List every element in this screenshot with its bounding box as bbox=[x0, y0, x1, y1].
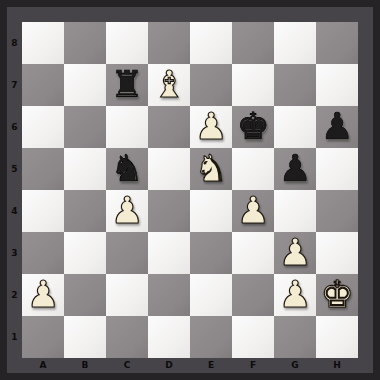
square-h8[interactable] bbox=[316, 22, 358, 64]
square-f7[interactable] bbox=[232, 64, 274, 106]
square-h5[interactable] bbox=[316, 148, 358, 190]
rank-label-6: 6 bbox=[7, 106, 22, 148]
rank-label-7: 7 bbox=[7, 64, 22, 106]
square-d3[interactable] bbox=[148, 232, 190, 274]
white-pawn-g2[interactable]: ♟ bbox=[278, 274, 311, 316]
square-b1[interactable] bbox=[64, 316, 106, 358]
square-f5[interactable] bbox=[232, 148, 274, 190]
square-d7[interactable]: ♝ bbox=[148, 64, 190, 106]
square-a1[interactable] bbox=[22, 316, 64, 358]
square-h2[interactable]: ♚ bbox=[316, 274, 358, 316]
square-e2[interactable] bbox=[190, 274, 232, 316]
square-g4[interactable] bbox=[274, 190, 316, 232]
square-f2[interactable] bbox=[232, 274, 274, 316]
square-a5[interactable] bbox=[22, 148, 64, 190]
white-bishop-d7[interactable]: ♝ bbox=[152, 64, 185, 106]
square-a6[interactable] bbox=[22, 106, 64, 148]
square-c6[interactable] bbox=[106, 106, 148, 148]
white-pawn-e6[interactable]: ♟ bbox=[194, 106, 227, 148]
square-h4[interactable] bbox=[316, 190, 358, 232]
square-h7[interactable] bbox=[316, 64, 358, 106]
black-pawn-h6[interactable]: ♟ bbox=[320, 106, 353, 148]
square-c7[interactable]: ♜ bbox=[106, 64, 148, 106]
square-d4[interactable] bbox=[148, 190, 190, 232]
file-label-f: F bbox=[232, 357, 274, 373]
square-g1[interactable] bbox=[274, 316, 316, 358]
file-label-e: E bbox=[190, 357, 232, 373]
rank-label-3: 3 bbox=[7, 232, 22, 274]
white-king-h2[interactable]: ♚ bbox=[320, 274, 353, 316]
rank-label-8: 8 bbox=[7, 22, 22, 64]
file-label-a: A bbox=[22, 357, 64, 373]
square-a7[interactable] bbox=[22, 64, 64, 106]
square-c5[interactable]: ♞ bbox=[106, 148, 148, 190]
square-d5[interactable] bbox=[148, 148, 190, 190]
white-pawn-f4[interactable]: ♟ bbox=[236, 190, 269, 232]
white-pawn-g3[interactable]: ♟ bbox=[278, 232, 311, 274]
square-d1[interactable] bbox=[148, 316, 190, 358]
black-rook-c7[interactable]: ♜ bbox=[110, 64, 143, 106]
square-e5[interactable]: ♞ bbox=[190, 148, 232, 190]
square-e1[interactable] bbox=[190, 316, 232, 358]
square-g8[interactable] bbox=[274, 22, 316, 64]
square-e7[interactable] bbox=[190, 64, 232, 106]
square-f4[interactable]: ♟ bbox=[232, 190, 274, 232]
white-pawn-c4[interactable]: ♟ bbox=[110, 190, 143, 232]
square-f1[interactable] bbox=[232, 316, 274, 358]
square-c1[interactable] bbox=[106, 316, 148, 358]
square-f6[interactable]: ♚ bbox=[232, 106, 274, 148]
rank-label-2: 2 bbox=[7, 274, 22, 316]
square-d6[interactable] bbox=[148, 106, 190, 148]
file-label-h: H bbox=[316, 357, 358, 373]
square-a4[interactable] bbox=[22, 190, 64, 232]
square-h6[interactable]: ♟ bbox=[316, 106, 358, 148]
black-pawn-g5[interactable]: ♟ bbox=[278, 148, 311, 190]
square-c4[interactable]: ♟ bbox=[106, 190, 148, 232]
chess-diagram: 87654321 ♜♝♟♚♟♞♞♟♟♟♟♟♟♚ ABCDEFGH bbox=[0, 0, 380, 380]
rank-label-5: 5 bbox=[7, 148, 22, 190]
square-c3[interactable] bbox=[106, 232, 148, 274]
square-a8[interactable] bbox=[22, 22, 64, 64]
black-knight-c5[interactable]: ♞ bbox=[110, 148, 143, 190]
rank-label-4: 4 bbox=[7, 190, 22, 232]
square-g6[interactable] bbox=[274, 106, 316, 148]
square-h3[interactable] bbox=[316, 232, 358, 274]
square-d2[interactable] bbox=[148, 274, 190, 316]
square-f3[interactable] bbox=[232, 232, 274, 274]
square-h1[interactable] bbox=[316, 316, 358, 358]
square-c8[interactable] bbox=[106, 22, 148, 64]
square-g5[interactable]: ♟ bbox=[274, 148, 316, 190]
file-labels: ABCDEFGH bbox=[22, 357, 358, 373]
rank-label-1: 1 bbox=[7, 316, 22, 358]
square-d8[interactable] bbox=[148, 22, 190, 64]
square-b2[interactable] bbox=[64, 274, 106, 316]
square-g2[interactable]: ♟ bbox=[274, 274, 316, 316]
file-label-g: G bbox=[274, 357, 316, 373]
square-g3[interactable]: ♟ bbox=[274, 232, 316, 274]
square-b8[interactable] bbox=[64, 22, 106, 64]
square-a2[interactable]: ♟ bbox=[22, 274, 64, 316]
square-b4[interactable] bbox=[64, 190, 106, 232]
square-b3[interactable] bbox=[64, 232, 106, 274]
board: ♜♝♟♚♟♞♞♟♟♟♟♟♟♚ bbox=[22, 22, 358, 358]
square-e4[interactable] bbox=[190, 190, 232, 232]
square-f8[interactable] bbox=[232, 22, 274, 64]
square-b6[interactable] bbox=[64, 106, 106, 148]
white-knight-e5[interactable]: ♞ bbox=[194, 148, 227, 190]
square-g7[interactable] bbox=[274, 64, 316, 106]
file-label-d: D bbox=[148, 357, 190, 373]
white-pawn-a2[interactable]: ♟ bbox=[26, 274, 59, 316]
square-c2[interactable] bbox=[106, 274, 148, 316]
square-b7[interactable] bbox=[64, 64, 106, 106]
square-b5[interactable] bbox=[64, 148, 106, 190]
black-king-f6[interactable]: ♚ bbox=[236, 106, 269, 148]
file-label-b: B bbox=[64, 357, 106, 373]
square-e8[interactable] bbox=[190, 22, 232, 64]
square-e6[interactable]: ♟ bbox=[190, 106, 232, 148]
square-e3[interactable] bbox=[190, 232, 232, 274]
rank-labels: 87654321 bbox=[7, 22, 22, 358]
square-a3[interactable] bbox=[22, 232, 64, 274]
file-label-c: C bbox=[106, 357, 148, 373]
